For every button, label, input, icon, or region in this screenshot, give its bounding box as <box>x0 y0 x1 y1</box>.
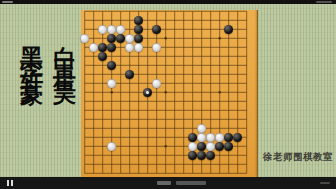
playback-info-smear <box>157 181 171 185</box>
pause-button[interactable] <box>7 180 14 186</box>
stone-black <box>233 133 242 142</box>
stone-black <box>134 25 143 34</box>
video-area[interactable]: 黑李轩豪 白王星昊 徐老师围棋教室 <box>0 4 336 177</box>
stone-white <box>206 133 215 142</box>
stone-black <box>143 88 152 97</box>
stone-black <box>134 34 143 43</box>
stone-black <box>224 142 233 151</box>
stone-black <box>188 151 197 160</box>
stone-black <box>134 16 143 25</box>
white-player-name-column: 白王星昊 <box>53 28 76 76</box>
stone-white <box>107 79 116 88</box>
stone-black <box>197 151 206 160</box>
stone-white <box>197 133 206 142</box>
player-control-bar <box>0 177 336 189</box>
stone-black <box>116 34 125 43</box>
go-board <box>81 10 258 182</box>
stone-white <box>206 142 215 151</box>
classroom-caption: 徐老师围棋教室 <box>263 151 333 164</box>
stone-white <box>107 142 116 151</box>
stone-black <box>188 133 197 142</box>
stone-white <box>188 142 197 151</box>
stone-black <box>107 34 116 43</box>
stone-black <box>197 142 206 151</box>
video-player-window: 黑李轩豪 白王星昊 徐老师围棋教室 <box>0 0 336 189</box>
stone-white <box>152 43 161 52</box>
window-controls[interactable] <box>316 1 332 3</box>
stone-white <box>125 34 134 43</box>
window-title-text-smear <box>2 1 13 3</box>
stone-black <box>125 70 134 79</box>
stone-black <box>152 25 161 34</box>
stone-black <box>98 52 107 61</box>
stone-white <box>125 43 134 52</box>
stone-black <box>107 61 116 70</box>
last-move-marker <box>146 91 149 94</box>
stone-black <box>98 43 107 52</box>
stone-black <box>206 151 215 160</box>
stone-white <box>89 43 98 52</box>
stone-black <box>107 43 116 52</box>
stone-black <box>215 142 224 151</box>
stone-white <box>134 43 143 52</box>
more-options-icon[interactable] <box>320 182 330 184</box>
playback-time-smear <box>176 181 206 185</box>
stone-black <box>224 25 233 34</box>
stone-black <box>224 133 233 142</box>
stone-white <box>215 133 224 142</box>
stone-white <box>116 25 125 34</box>
stone-white <box>80 34 89 43</box>
stone-white <box>107 25 116 34</box>
player-names-panel: 黑李轩豪 白王星昊 <box>20 28 76 76</box>
stone-white <box>98 25 107 34</box>
stone-white <box>197 124 206 133</box>
black-player-name-column: 黑李轩豪 <box>20 28 43 76</box>
stone-white <box>152 79 161 88</box>
